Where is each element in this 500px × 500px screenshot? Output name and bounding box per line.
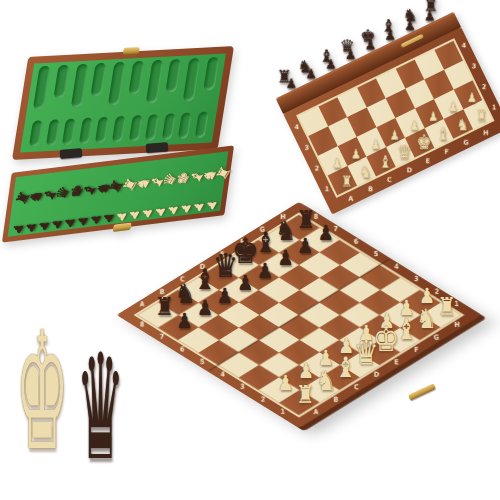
file-label: D (406, 167, 411, 174)
felt-slot (161, 113, 175, 140)
box-lid (12, 46, 234, 160)
rank-label: 3 (304, 145, 309, 152)
product-photo-chess-set: ♜♞♝♛♚♝♞♜♜♞♝♛♚♝♞♜ ♟♟♟♟♟♟♟♟♟♟♟♟♟♟♟♟ ♜♞♝♛♚♝… (0, 0, 500, 500)
felt-slot-row-bottom (29, 112, 209, 147)
rank-label: 2 (314, 166, 319, 173)
dark-queen-piece: ♛ (76, 339, 124, 478)
box-hinge-icon (146, 142, 169, 153)
rank-label: 2 (482, 84, 487, 91)
felt-slot (62, 118, 76, 145)
chess-piece-light-r: ♜ (476, 109, 487, 124)
storage-box-open: ♜♞♝♛♚♝♞♜♜♞♝♛♚♝♞♜ ♟♟♟♟♟♟♟♟♟♟♟♟♟♟♟♟ (4, 46, 244, 248)
chess-piece-light-r: ♜ (437, 294, 456, 319)
felt-slot (178, 112, 192, 139)
file-label: G (464, 139, 469, 145)
closeup-pieces: ♚ ♛ (6, 320, 166, 478)
felt-slot (45, 119, 59, 146)
felt-slot (53, 65, 69, 99)
felt-slot (128, 61, 144, 95)
file-label: E (426, 158, 430, 165)
box-base: ♜♞♝♛♚♝♞♜♜♞♝♛♚♝♞♜ ♟♟♟♟♟♟♟♟♟♟♟♟♟♟♟♟ (2, 145, 234, 242)
felt-slot (70, 64, 88, 108)
stored-piece: ♟ (204, 197, 220, 212)
felt-slot (183, 58, 201, 102)
file-label: C (387, 177, 392, 184)
felt-slot (95, 117, 109, 144)
chess-piece-light-n: ♞ (360, 164, 372, 180)
rank-label: 1 (492, 105, 497, 112)
stored-piece: ♜ (214, 164, 234, 182)
chess-piece-light-n: ♞ (456, 117, 468, 133)
felt-slot (166, 59, 182, 93)
chess-piece-dark-p: ♟ (318, 223, 334, 244)
felt-slot (79, 118, 93, 145)
chess-piece-light-r: ♜ (341, 175, 352, 190)
felt-slot (195, 112, 209, 139)
rank-label: 4 (294, 125, 299, 132)
felt-slot (203, 57, 219, 91)
box-hinge-icon (60, 148, 83, 159)
rank-label: 3 (472, 64, 477, 71)
light-king-piece: ♚ (15, 316, 69, 470)
felt-slot (128, 115, 142, 142)
board-latch-brass-icon (408, 383, 436, 400)
felt-slot (91, 63, 107, 97)
file-label: B (368, 186, 373, 193)
file-label: H (483, 130, 488, 137)
base-latch-brass-icon (113, 223, 132, 232)
felt-slot (112, 116, 126, 143)
folded-board: ♜♞♝♛♚♝♞♜ ♟♟♟♟♟♟♟♟ ♟♟♟♟♟♟♟♟♜♞♝♛♚♝♞♜ ABCDE… (264, 0, 500, 210)
felt-slot (29, 120, 43, 147)
chess-piece-dark-r: ♜ (296, 207, 315, 232)
felt-slot (145, 60, 163, 104)
rank-label: 1 (325, 187, 330, 194)
lid-felt-green (20, 54, 226, 153)
felt-slot (108, 62, 126, 106)
file-label: F (445, 149, 449, 156)
felt-slot (145, 114, 159, 141)
rank-label: 4 (462, 43, 467, 50)
file-label: A (348, 195, 353, 202)
lid-latch-brass-icon (122, 47, 139, 55)
felt-slot-row-top (33, 57, 220, 111)
felt-slot (33, 66, 51, 110)
